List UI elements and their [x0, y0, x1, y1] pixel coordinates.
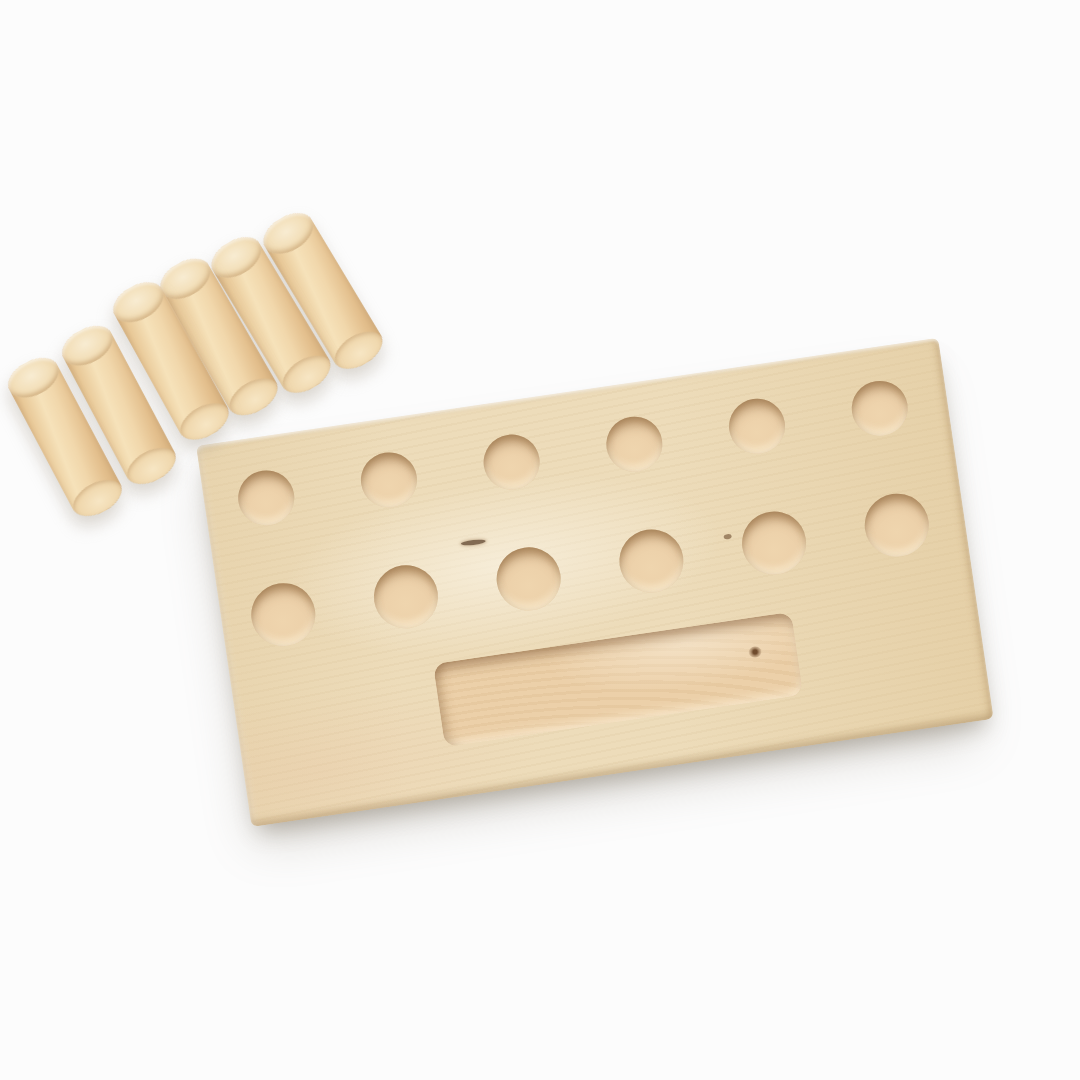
hole-r2c1[interactable]: [247, 578, 319, 650]
stage: [0, 0, 1080, 1080]
peg-board: [196, 338, 994, 827]
hole-r1c1[interactable]: [234, 466, 297, 529]
hole-r2c3[interactable]: [492, 543, 564, 615]
tray-wood-knot: [748, 646, 762, 659]
hole-r1c6[interactable]: [848, 377, 911, 440]
hole-r1c5[interactable]: [725, 395, 788, 458]
hole-r2c6[interactable]: [860, 489, 932, 561]
hole-r1c4[interactable]: [603, 412, 666, 475]
hole-r2c4[interactable]: [615, 525, 687, 597]
holes-grid: [196, 341, 966, 682]
hole-r2c5[interactable]: [738, 507, 810, 579]
hole-r1c2[interactable]: [357, 448, 420, 511]
hole-r1c3[interactable]: [480, 430, 543, 493]
hole-r2c2[interactable]: [370, 560, 442, 632]
